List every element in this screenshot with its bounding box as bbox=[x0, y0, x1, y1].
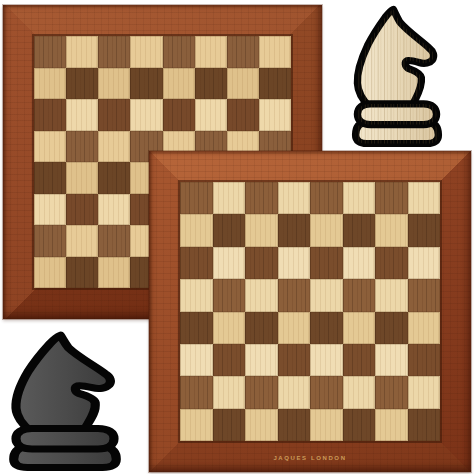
board-square bbox=[66, 131, 98, 163]
board-square bbox=[375, 344, 408, 376]
board-square bbox=[195, 99, 227, 131]
board-square bbox=[343, 344, 376, 376]
board-square bbox=[343, 409, 376, 441]
board-square bbox=[213, 376, 246, 408]
board-square bbox=[213, 409, 246, 441]
board-square bbox=[98, 68, 130, 100]
board-square bbox=[408, 312, 441, 344]
board-square bbox=[343, 279, 376, 311]
board-square bbox=[98, 162, 130, 194]
board-square bbox=[195, 36, 227, 68]
board-square bbox=[375, 312, 408, 344]
board-square bbox=[245, 409, 278, 441]
board-square bbox=[130, 36, 162, 68]
board-square bbox=[227, 36, 259, 68]
board-square bbox=[180, 247, 213, 279]
board-square bbox=[278, 409, 311, 441]
board-square bbox=[310, 312, 343, 344]
board-square bbox=[34, 36, 66, 68]
board-square bbox=[180, 279, 213, 311]
brand-text: JAQUES LONDON bbox=[149, 443, 471, 472]
board-square bbox=[375, 182, 408, 214]
board-square bbox=[375, 247, 408, 279]
board-square bbox=[213, 182, 246, 214]
board-square bbox=[34, 131, 66, 163]
board-square bbox=[98, 194, 130, 226]
board-square bbox=[98, 131, 130, 163]
black-knight-icon bbox=[8, 330, 122, 472]
board-square bbox=[34, 225, 66, 257]
board-square bbox=[98, 225, 130, 257]
board-square bbox=[34, 162, 66, 194]
board-square bbox=[34, 194, 66, 226]
board-square bbox=[408, 214, 441, 246]
board-square bbox=[343, 247, 376, 279]
board-square bbox=[343, 376, 376, 408]
chessboard-bottom-right: JAQUES LONDON bbox=[149, 151, 471, 472]
board-square bbox=[98, 36, 130, 68]
board-square bbox=[245, 312, 278, 344]
board-square bbox=[34, 68, 66, 100]
board-square bbox=[310, 409, 343, 441]
board-square bbox=[163, 99, 195, 131]
board-square bbox=[278, 312, 311, 344]
board-square bbox=[34, 257, 66, 289]
board-square bbox=[343, 214, 376, 246]
board-square bbox=[408, 182, 441, 214]
board-square bbox=[98, 99, 130, 131]
board-square bbox=[375, 376, 408, 408]
board-square bbox=[180, 214, 213, 246]
board-square bbox=[310, 182, 343, 214]
board-square bbox=[278, 344, 311, 376]
board-square bbox=[213, 344, 246, 376]
board-square bbox=[213, 247, 246, 279]
board-square bbox=[259, 36, 291, 68]
board-square bbox=[408, 279, 441, 311]
board-square bbox=[278, 214, 311, 246]
board-square bbox=[408, 344, 441, 376]
board-square bbox=[66, 162, 98, 194]
board-square bbox=[130, 99, 162, 131]
board-square bbox=[66, 194, 98, 226]
board-square bbox=[245, 344, 278, 376]
board-square bbox=[195, 68, 227, 100]
board-square bbox=[245, 279, 278, 311]
board-square bbox=[130, 68, 162, 100]
board-square bbox=[227, 99, 259, 131]
board-square bbox=[66, 99, 98, 131]
board-square bbox=[259, 99, 291, 131]
board-square bbox=[310, 344, 343, 376]
board-square bbox=[180, 344, 213, 376]
board-square bbox=[180, 182, 213, 214]
board-square bbox=[180, 376, 213, 408]
board-square bbox=[180, 312, 213, 344]
board-square bbox=[66, 36, 98, 68]
board-square bbox=[278, 247, 311, 279]
board-square bbox=[180, 409, 213, 441]
board-square bbox=[343, 182, 376, 214]
board-square bbox=[278, 182, 311, 214]
board-square bbox=[213, 312, 246, 344]
board-square bbox=[278, 376, 311, 408]
board-square bbox=[163, 68, 195, 100]
board-square bbox=[343, 312, 376, 344]
board-square bbox=[278, 279, 311, 311]
board-square bbox=[245, 376, 278, 408]
board-grid bbox=[178, 180, 442, 443]
board-square bbox=[213, 279, 246, 311]
board-square bbox=[408, 409, 441, 441]
board-square bbox=[66, 68, 98, 100]
board-square bbox=[310, 376, 343, 408]
board-square bbox=[375, 279, 408, 311]
board-square bbox=[375, 214, 408, 246]
board-square bbox=[259, 68, 291, 100]
board-square bbox=[310, 279, 343, 311]
board-square bbox=[245, 182, 278, 214]
board-square bbox=[375, 409, 408, 441]
board-square bbox=[163, 36, 195, 68]
board-square bbox=[310, 214, 343, 246]
board-square bbox=[34, 99, 66, 131]
board-square bbox=[408, 247, 441, 279]
board-square bbox=[66, 257, 98, 289]
white-knight-icon bbox=[351, 4, 443, 148]
product-photo-canvas: JAQUES LONDON bbox=[0, 0, 474, 474]
board-square bbox=[213, 214, 246, 246]
board-square bbox=[245, 247, 278, 279]
board-square bbox=[408, 376, 441, 408]
board-square bbox=[98, 257, 130, 289]
board-square bbox=[227, 68, 259, 100]
board-square bbox=[245, 214, 278, 246]
board-square bbox=[66, 225, 98, 257]
board-square bbox=[310, 247, 343, 279]
